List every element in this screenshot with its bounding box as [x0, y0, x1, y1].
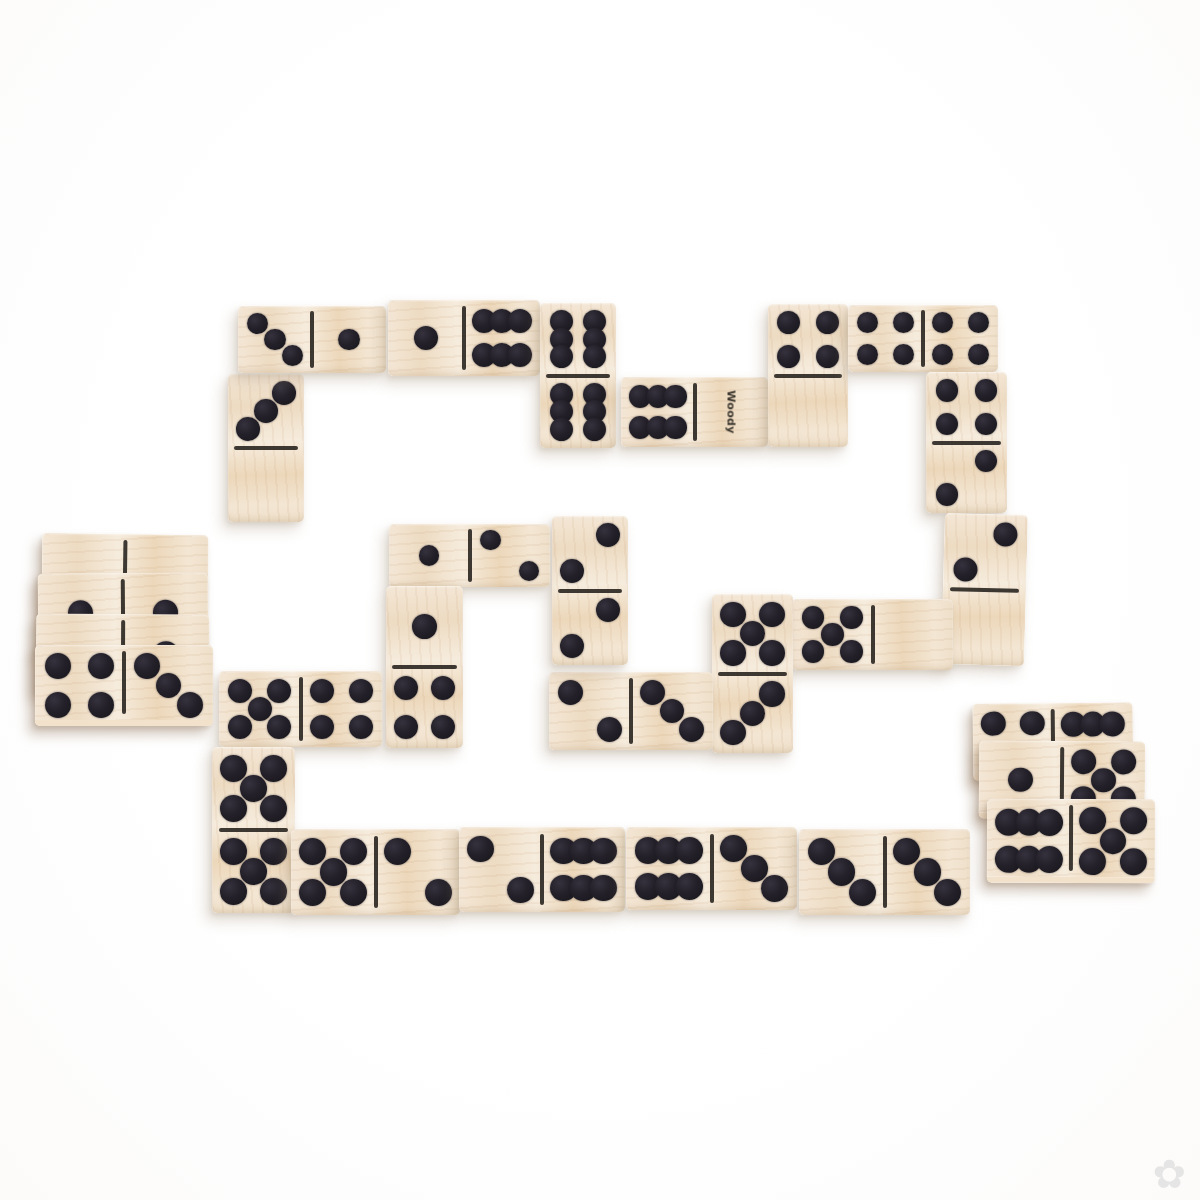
pip [240, 858, 267, 885]
pip [720, 720, 745, 745]
pip [228, 715, 252, 739]
pip [828, 858, 855, 885]
pip [260, 838, 287, 865]
pip [808, 838, 835, 865]
domino-5-5[interactable] [212, 747, 295, 913]
pip [299, 838, 326, 865]
pip [936, 483, 959, 506]
pip [583, 418, 606, 441]
pip [349, 715, 373, 739]
domino-4-0[interactable] [768, 304, 848, 447]
pip [975, 413, 998, 436]
pip [816, 345, 839, 368]
domino-5-3[interactable] [712, 594, 793, 753]
pip [1008, 767, 1033, 792]
pip [467, 836, 494, 863]
pip [936, 379, 959, 402]
domino-5-2[interactable] [291, 829, 460, 915]
pip [412, 614, 437, 639]
pip [550, 418, 573, 441]
pip [777, 311, 800, 334]
pip [220, 878, 247, 905]
pip [596, 523, 620, 547]
pip [802, 606, 825, 629]
pip [340, 838, 367, 865]
domino-2-6[interactable] [459, 827, 625, 912]
pip [802, 640, 825, 663]
divider-line [299, 677, 303, 741]
pip [816, 311, 839, 334]
pip [349, 679, 373, 703]
pip [260, 795, 287, 822]
pip [431, 715, 456, 740]
pip [1079, 848, 1106, 875]
pip [1079, 807, 1106, 834]
pip [759, 640, 784, 665]
domino-3-0[interactable] [228, 374, 304, 522]
domino-6-5[interactable] [987, 799, 1155, 884]
domino-5-0[interactable] [792, 599, 953, 670]
pip [507, 877, 534, 904]
pip [267, 715, 291, 739]
pip [759, 681, 784, 706]
pip [45, 692, 71, 718]
divider-line [122, 651, 126, 714]
pip [384, 838, 411, 865]
pip [840, 606, 863, 629]
domino-2-3[interactable] [549, 672, 713, 750]
pip [282, 345, 303, 366]
pip [932, 344, 953, 365]
pip [519, 561, 539, 581]
pip [431, 676, 456, 701]
pip [338, 329, 359, 350]
divider-line [546, 374, 610, 378]
domino-6-6[interactable] [540, 303, 616, 448]
divider-line [1069, 805, 1073, 871]
divider-line [392, 665, 457, 669]
photo-canvas: Woody ✿ [0, 0, 1200, 1200]
pip [220, 838, 247, 865]
pip [590, 875, 617, 902]
pip [676, 837, 703, 864]
pip [260, 755, 287, 782]
pip [664, 385, 686, 407]
pip [720, 835, 747, 862]
pip [590, 838, 617, 865]
pip [720, 640, 745, 665]
pip [508, 343, 532, 367]
pip [1100, 711, 1125, 736]
pip [975, 379, 998, 402]
pip [968, 312, 989, 333]
pip [640, 680, 665, 705]
pip [340, 879, 367, 906]
pip [177, 692, 203, 718]
pip [934, 879, 961, 906]
pip [45, 653, 71, 679]
divider-line [883, 836, 887, 908]
domino-1-4[interactable] [386, 586, 463, 748]
divider-line [718, 672, 786, 676]
domino-4-3[interactable] [35, 645, 213, 726]
pip [394, 715, 419, 740]
pip [264, 329, 285, 350]
pip [953, 557, 978, 582]
pip [932, 312, 953, 333]
pip [254, 399, 278, 423]
pip [857, 344, 878, 365]
domino-1-6[interactable] [388, 300, 540, 376]
pip [981, 711, 1006, 736]
pip [88, 653, 114, 679]
pip [840, 640, 863, 663]
pip [1111, 749, 1136, 774]
pip [320, 858, 347, 885]
divider-line [310, 311, 314, 367]
pip [583, 345, 606, 368]
pip [156, 673, 182, 699]
domino-5-4[interactable] [219, 671, 382, 747]
pip [664, 416, 686, 438]
domino-6-3[interactable] [626, 827, 797, 910]
divider-line [932, 441, 1000, 445]
pip [914, 858, 941, 885]
pip [968, 344, 989, 365]
divider-line [710, 834, 714, 904]
divider-line [468, 529, 472, 582]
pip [240, 775, 267, 802]
pip [1099, 828, 1126, 855]
divider-line [219, 828, 289, 832]
pip [596, 598, 620, 622]
pip [480, 530, 500, 550]
pip [849, 879, 876, 906]
pip [740, 621, 765, 646]
domino-4-4[interactable] [848, 305, 998, 372]
pip [1091, 768, 1116, 793]
pip [220, 755, 247, 782]
pip [228, 679, 252, 703]
pip [560, 634, 584, 658]
pip [1120, 848, 1147, 875]
pip [560, 559, 584, 583]
pip [1020, 711, 1045, 736]
pip [550, 345, 573, 368]
divider-line [558, 589, 622, 593]
divider-line [693, 383, 697, 442]
pip [740, 701, 765, 726]
pip [893, 838, 920, 865]
pip [310, 679, 334, 703]
domino-1-2[interactable] [389, 524, 550, 587]
pip [777, 345, 800, 368]
pip [720, 602, 745, 627]
pip [597, 717, 622, 742]
pip [247, 313, 268, 334]
pip [993, 522, 1018, 547]
divider-line [374, 836, 378, 908]
pip [761, 875, 788, 902]
divider-line [629, 678, 633, 744]
pip [508, 309, 532, 333]
pip [220, 795, 247, 822]
pip [679, 717, 704, 742]
flower-watermark-icon: ✿ [1152, 1154, 1186, 1194]
pip [936, 413, 959, 436]
divider-line [462, 306, 466, 370]
pip [267, 679, 291, 703]
pip [821, 623, 844, 646]
pip [759, 602, 784, 627]
pip [1036, 809, 1063, 836]
pip [660, 699, 685, 724]
pip [272, 381, 296, 405]
pip [558, 680, 583, 705]
pip [893, 344, 914, 365]
pip [236, 417, 260, 441]
divider-line [921, 310, 925, 366]
pip [741, 855, 768, 882]
pip [857, 312, 878, 333]
pip [394, 676, 419, 701]
domino-2-0[interactable] [941, 513, 1028, 666]
pip [975, 450, 998, 473]
pip [1071, 749, 1096, 774]
domino-4-2[interactable] [926, 372, 1007, 513]
divider-line [774, 374, 841, 378]
domino-6-0[interactable]: Woody [621, 377, 768, 447]
domino-3-3[interactable] [799, 829, 970, 915]
pip [1036, 846, 1063, 873]
pip [134, 653, 160, 679]
pip [425, 879, 452, 906]
brand-logo-text: Woody [725, 390, 738, 433]
pip [88, 692, 114, 718]
divider-line [950, 587, 1020, 593]
domino-3-1[interactable] [238, 306, 386, 373]
pip [248, 697, 272, 721]
pip [1120, 808, 1147, 835]
pip [419, 545, 439, 565]
pip [893, 312, 914, 333]
pip [676, 873, 703, 900]
pip [260, 878, 287, 905]
divider-line [871, 605, 875, 665]
divider-line [234, 446, 298, 450]
pip [299, 879, 326, 906]
pip [310, 715, 334, 739]
domino-2-2[interactable] [552, 516, 628, 665]
divider-line [540, 834, 544, 905]
pip [414, 326, 438, 350]
